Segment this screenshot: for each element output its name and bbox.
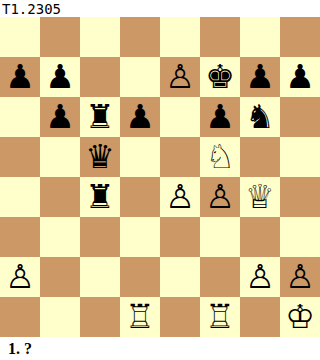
square-b4[interactable] [40,177,80,217]
square-f3[interactable] [200,217,240,257]
square-b5[interactable] [40,137,80,177]
white-rook: ♖ [205,297,235,337]
square-g6[interactable]: ♞ [240,97,280,137]
move-prompt: 1. ? [0,337,320,360]
square-e1[interactable] [160,297,200,337]
square-e5[interactable] [160,137,200,177]
square-c4[interactable]: ♜ [80,177,120,217]
square-g3[interactable] [240,217,280,257]
square-d8[interactable] [120,17,160,57]
white-pawn: ♙ [245,257,275,297]
square-h8[interactable] [280,17,320,57]
square-f5[interactable]: ♘ [200,137,240,177]
square-a3[interactable] [0,217,40,257]
white-king: ♔ [285,297,315,337]
square-e3[interactable] [160,217,200,257]
white-pawn: ♙ [165,177,195,217]
square-d5[interactable] [120,137,160,177]
black-pawn: ♟ [5,57,35,97]
black-knight: ♞ [245,97,275,137]
black-pawn: ♟ [125,97,155,137]
square-a1[interactable] [0,297,40,337]
black-rook: ♜ [85,177,115,217]
square-f6[interactable]: ♟ [200,97,240,137]
square-f8[interactable] [200,17,240,57]
square-h2[interactable]: ♙ [280,257,320,297]
square-a2[interactable]: ♙ [0,257,40,297]
square-f1[interactable]: ♖ [200,297,240,337]
square-c1[interactable] [80,297,120,337]
square-c3[interactable] [80,217,120,257]
square-d7[interactable] [120,57,160,97]
square-e7[interactable]: ♙ [160,57,200,97]
white-pawn: ♙ [205,177,235,217]
square-d2[interactable] [120,257,160,297]
square-h3[interactable] [280,217,320,257]
square-b2[interactable] [40,257,80,297]
square-d6[interactable]: ♟ [120,97,160,137]
black-pawn: ♟ [205,97,235,137]
black-queen: ♛ [85,137,115,177]
square-g5[interactable] [240,137,280,177]
square-d3[interactable] [120,217,160,257]
square-g7[interactable]: ♟ [240,57,280,97]
white-pawn: ♙ [285,257,315,297]
white-pawn: ♙ [5,257,35,297]
square-g2[interactable]: ♙ [240,257,280,297]
square-f7[interactable]: ♚ [200,57,240,97]
square-b1[interactable] [40,297,80,337]
black-rook: ♜ [85,97,115,137]
white-pawn: ♙ [165,57,195,97]
square-e4[interactable]: ♙ [160,177,200,217]
square-g1[interactable] [240,297,280,337]
square-a4[interactable] [0,177,40,217]
square-c7[interactable] [80,57,120,97]
square-h7[interactable]: ♟ [280,57,320,97]
square-a6[interactable] [0,97,40,137]
black-pawn: ♟ [285,57,315,97]
puzzle-title: T1.2305 [0,0,320,17]
square-b7[interactable]: ♟ [40,57,80,97]
square-b3[interactable] [40,217,80,257]
square-c5[interactable]: ♛ [80,137,120,177]
square-d1[interactable]: ♖ [120,297,160,337]
square-h6[interactable] [280,97,320,137]
black-pawn: ♟ [45,97,75,137]
square-e8[interactable] [160,17,200,57]
square-c2[interactable] [80,257,120,297]
square-a5[interactable] [0,137,40,177]
white-queen: ♕ [245,177,275,217]
chess-board: ♟♟♙♚♟♟♟♜♟♟♞♛♘♜♙♙♕♙♙♙♖♖♔ [0,17,320,337]
square-b8[interactable] [40,17,80,57]
square-c6[interactable]: ♜ [80,97,120,137]
square-d4[interactable] [120,177,160,217]
square-h1[interactable]: ♔ [280,297,320,337]
white-knight: ♘ [205,137,235,177]
square-h4[interactable] [280,177,320,217]
square-b6[interactable]: ♟ [40,97,80,137]
square-f2[interactable] [200,257,240,297]
black-king: ♚ [205,57,235,97]
black-pawn: ♟ [245,57,275,97]
black-pawn: ♟ [45,57,75,97]
square-e6[interactable] [160,97,200,137]
square-a7[interactable]: ♟ [0,57,40,97]
chess-puzzle-page: T1.2305 ♟♟♙♚♟♟♟♜♟♟♞♛♘♜♙♙♕♙♙♙♖♖♔ 1. ? [0,0,320,360]
square-e2[interactable] [160,257,200,297]
square-h5[interactable] [280,137,320,177]
square-g8[interactable] [240,17,280,57]
square-f4[interactable]: ♙ [200,177,240,217]
white-rook: ♖ [125,297,155,337]
square-c8[interactable] [80,17,120,57]
square-a8[interactable] [0,17,40,57]
square-g4[interactable]: ♕ [240,177,280,217]
